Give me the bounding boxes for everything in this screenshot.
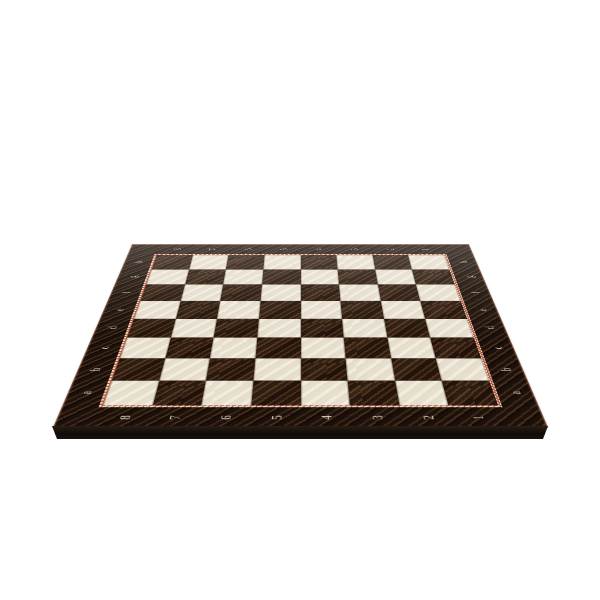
square-b7[interactable] (158, 358, 209, 381)
square-e1[interactable] (420, 300, 466, 318)
coord-right-g: g (463, 275, 475, 277)
coord-top-2: 2 (383, 248, 395, 250)
square-g5[interactable] (261, 269, 300, 284)
square-f2[interactable] (377, 284, 420, 300)
coord-top-6: 6 (241, 248, 252, 250)
square-a3[interactable] (347, 380, 399, 405)
square-a6[interactable] (201, 380, 253, 405)
photo-stage: 8765432187654321abcdefghabcdefgh (0, 0, 600, 600)
square-b6[interactable] (206, 358, 255, 381)
square-d6[interactable] (213, 318, 258, 337)
coord-left-c: c (96, 346, 110, 349)
square-a7[interactable] (152, 380, 206, 405)
chess-board-perspective-wrap: 8765432187654321abcdefghabcdefgh (52, 244, 547, 427)
coord-right-a: a (507, 391, 522, 394)
square-b5[interactable] (253, 358, 300, 381)
square-d5[interactable] (257, 318, 300, 337)
coord-right-d: d (482, 326, 495, 329)
square-e8[interactable] (134, 300, 180, 318)
chess-board: 8765432187654321abcdefghabcdefgh (52, 244, 547, 427)
square-h2[interactable] (372, 255, 412, 269)
square-b1[interactable] (436, 358, 489, 381)
square-g4[interactable] (300, 269, 339, 284)
square-e7[interactable] (175, 300, 220, 318)
square-b4[interactable] (300, 358, 347, 381)
coord-bottom-8: 8 (115, 415, 132, 419)
square-b8[interactable] (111, 358, 164, 381)
coord-right-f: f (469, 291, 481, 293)
square-d7[interactable] (170, 318, 217, 337)
square-g1[interactable] (412, 269, 455, 284)
coord-bottom-5: 5 (267, 415, 283, 419)
square-e6[interactable] (217, 300, 260, 318)
board-grid (102, 255, 497, 405)
coord-right-c: c (490, 346, 504, 349)
square-g6[interactable] (223, 269, 263, 284)
coord-right-b: b (498, 367, 513, 370)
square-d2[interactable] (383, 318, 430, 337)
coord-top-7: 7 (206, 248, 218, 250)
square-h8[interactable] (151, 255, 192, 269)
coord-bottom-6: 6 (216, 415, 232, 419)
coord-left-e: e (112, 308, 125, 310)
square-e2[interactable] (380, 300, 425, 318)
coord-left-b: b (87, 367, 102, 370)
coord-top-3: 3 (347, 248, 358, 250)
square-c7[interactable] (164, 337, 213, 358)
coord-left-a: a (78, 391, 93, 394)
coord-left-g: g (126, 275, 138, 277)
square-d4[interactable] (300, 318, 343, 337)
square-f1[interactable] (416, 284, 460, 300)
square-g8[interactable] (146, 269, 189, 284)
square-a1[interactable] (442, 380, 498, 405)
square-c1[interactable] (430, 337, 481, 358)
square-h4[interactable] (300, 255, 337, 269)
coord-left-h: h (132, 261, 143, 263)
square-c5[interactable] (255, 337, 300, 358)
square-a8[interactable] (102, 380, 158, 405)
square-d1[interactable] (425, 318, 473, 337)
square-f3[interactable] (339, 284, 381, 300)
square-f8[interactable] (140, 284, 184, 300)
square-f7[interactable] (180, 284, 223, 300)
square-h7[interactable] (188, 255, 228, 269)
coord-right-h: h (457, 261, 468, 263)
coord-bottom-7: 7 (165, 415, 182, 419)
square-b2[interactable] (390, 358, 441, 381)
coord-left-d: d (105, 326, 118, 329)
coord-top-5: 5 (277, 248, 288, 250)
coord-right-e: e (475, 308, 488, 310)
square-h1[interactable] (408, 255, 449, 269)
square-a4[interactable] (300, 380, 349, 405)
board-side-edge (0, 426, 600, 440)
square-c4[interactable] (300, 337, 345, 358)
coord-bottom-3: 3 (368, 415, 384, 419)
square-d3[interactable] (342, 318, 387, 337)
coord-bottom-1: 1 (468, 415, 485, 419)
square-f4[interactable] (300, 284, 340, 300)
square-h5[interactable] (263, 255, 300, 269)
square-c3[interactable] (343, 337, 390, 358)
square-h3[interactable] (336, 255, 374, 269)
coord-top-8: 8 (170, 248, 182, 250)
square-b3[interactable] (345, 358, 394, 381)
square-e3[interactable] (340, 300, 383, 318)
square-d8[interactable] (127, 318, 175, 337)
square-f5[interactable] (260, 284, 300, 300)
coord-bottom-2: 2 (418, 415, 435, 419)
square-a2[interactable] (394, 380, 448, 405)
square-e4[interactable] (300, 300, 342, 318)
square-g7[interactable] (184, 269, 225, 284)
coord-bottom-4: 4 (317, 415, 333, 419)
coord-left-f: f (119, 291, 131, 293)
square-g2[interactable] (374, 269, 415, 284)
square-c6[interactable] (210, 337, 257, 358)
square-a5[interactable] (251, 380, 300, 405)
coord-top-4: 4 (312, 248, 323, 250)
square-c2[interactable] (387, 337, 436, 358)
square-f6[interactable] (220, 284, 262, 300)
square-g3[interactable] (337, 269, 377, 284)
coord-top-1: 1 (418, 248, 430, 250)
square-c8[interactable] (119, 337, 170, 358)
square-e5[interactable] (258, 300, 300, 318)
playing-field (98, 254, 502, 407)
square-h6[interactable] (226, 255, 264, 269)
